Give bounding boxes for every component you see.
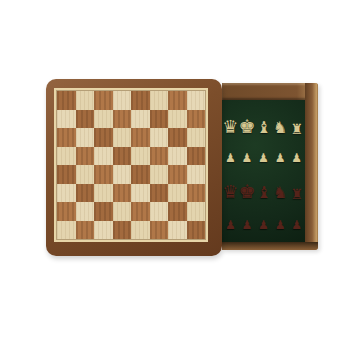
- piece-drawer[interactable]: ♛♚♝♞♜♟♟♟♟♟♛♚♝♞♜♟♟♟♟♟: [222, 83, 318, 250]
- tray-slot: ♛: [222, 110, 238, 136]
- board-square[interactable]: [76, 91, 95, 110]
- white-pawn-piece[interactable]: ♟: [242, 152, 253, 164]
- board-square[interactable]: [168, 221, 187, 240]
- board-square[interactable]: [57, 221, 76, 240]
- board-square[interactable]: [113, 221, 132, 240]
- tray-slot: ♟: [288, 213, 305, 231]
- tray-slot: ♟: [239, 146, 256, 164]
- board-square[interactable]: [94, 128, 113, 147]
- board-square[interactable]: [168, 165, 187, 184]
- drawer-bottom-edge: [222, 242, 318, 250]
- board-square[interactable]: [150, 221, 169, 240]
- white-pawn-piece[interactable]: ♟: [225, 152, 236, 164]
- board-square[interactable]: [57, 165, 76, 184]
- board-square[interactable]: [187, 202, 206, 221]
- tray-slot: ♟: [272, 213, 289, 231]
- board-square[interactable]: [76, 202, 95, 221]
- board-square[interactable]: [57, 110, 76, 129]
- white-pawn-piece[interactable]: ♟: [258, 152, 269, 164]
- board-square[interactable]: [187, 221, 206, 240]
- board-square[interactable]: [94, 91, 113, 110]
- drawer-top-edge: [222, 83, 318, 100]
- board-square[interactable]: [94, 147, 113, 166]
- board-square[interactable]: [131, 165, 150, 184]
- board-square[interactable]: [57, 184, 76, 203]
- board-square[interactable]: [76, 184, 95, 203]
- board-square[interactable]: [76, 128, 95, 147]
- board-square[interactable]: [94, 165, 113, 184]
- red-pawn-piece[interactable]: ♟: [225, 219, 236, 231]
- board-square[interactable]: [131, 147, 150, 166]
- board-square[interactable]: [131, 91, 150, 110]
- red-king-piece[interactable]: ♚: [238, 182, 255, 201]
- red-rook-piece[interactable]: ♜: [290, 187, 303, 201]
- board-square[interactable]: [131, 202, 150, 221]
- tray-slot: ♜: [289, 110, 305, 136]
- board-square[interactable]: [150, 91, 169, 110]
- board-inner-border: [54, 88, 208, 242]
- tray-slot: ♟: [288, 146, 305, 164]
- board-square[interactable]: [113, 128, 132, 147]
- board-square[interactable]: [150, 165, 169, 184]
- board-grid: [57, 91, 205, 239]
- board-square[interactable]: [76, 221, 95, 240]
- tray-slot: ♛: [222, 175, 238, 201]
- white-king-piece[interactable]: ♚: [238, 117, 255, 136]
- tray-slot: ♞: [272, 175, 288, 201]
- tray-slot: ♝: [256, 175, 272, 201]
- board-square[interactable]: [168, 91, 187, 110]
- red-pawn-piece[interactable]: ♟: [291, 219, 302, 231]
- tray-slot: ♟: [255, 213, 272, 231]
- red-queen-piece[interactable]: ♛: [222, 183, 238, 201]
- board-square[interactable]: [113, 165, 132, 184]
- red-bishop-piece[interactable]: ♝: [257, 185, 271, 201]
- tray-row-red-pawns: ♟♟♟♟♟: [222, 213, 305, 231]
- board-square[interactable]: [131, 128, 150, 147]
- board-square[interactable]: [76, 110, 95, 129]
- white-rook-piece[interactable]: ♜: [290, 122, 303, 136]
- board-square[interactable]: [150, 147, 169, 166]
- tray-slot: ♟: [255, 146, 272, 164]
- tray-slot: ♟: [272, 146, 289, 164]
- white-bishop-piece[interactable]: ♝: [257, 120, 271, 136]
- tray-slot: ♚: [238, 175, 255, 201]
- tray-slot: ♟: [222, 146, 239, 164]
- board-square[interactable]: [168, 184, 187, 203]
- drawer-right-edge: [305, 83, 318, 250]
- tray-slot: ♜: [289, 175, 305, 201]
- tray-slot: ♟: [239, 213, 256, 231]
- board-square[interactable]: [113, 184, 132, 203]
- red-knight-piece[interactable]: ♞: [273, 185, 287, 201]
- tray-slot: ♞: [272, 110, 288, 136]
- board-square[interactable]: [150, 110, 169, 129]
- board-square[interactable]: [168, 147, 187, 166]
- board-square[interactable]: [150, 184, 169, 203]
- board-square[interactable]: [168, 202, 187, 221]
- red-pawn-piece[interactable]: ♟: [275, 219, 286, 231]
- tray-row-white-pawns: ♟♟♟♟♟: [222, 146, 305, 164]
- white-queen-piece[interactable]: ♛: [222, 118, 238, 136]
- board-square[interactable]: [113, 91, 132, 110]
- tray-slot: ♚: [238, 110, 255, 136]
- board-square[interactable]: [57, 128, 76, 147]
- board-square[interactable]: [94, 110, 113, 129]
- board-square[interactable]: [187, 165, 206, 184]
- board-square[interactable]: [57, 91, 76, 110]
- board-square[interactable]: [113, 110, 132, 129]
- board-square[interactable]: [131, 221, 150, 240]
- board-square[interactable]: [131, 184, 150, 203]
- tray-slot: ♝: [256, 110, 272, 136]
- board-square[interactable]: [113, 147, 132, 166]
- chess-board: [46, 79, 222, 256]
- board-square[interactable]: [150, 202, 169, 221]
- board-square[interactable]: [187, 91, 206, 110]
- drawer-felt-tray: ♛♚♝♞♜♟♟♟♟♟♛♚♝♞♜♟♟♟♟♟: [222, 100, 305, 242]
- board-square[interactable]: [113, 202, 132, 221]
- board-square[interactable]: [94, 221, 113, 240]
- board-square[interactable]: [168, 110, 187, 129]
- red-pawn-piece[interactable]: ♟: [258, 219, 269, 231]
- white-pawn-piece[interactable]: ♟: [275, 152, 286, 164]
- white-pawn-piece[interactable]: ♟: [291, 152, 302, 164]
- board-square[interactable]: [94, 202, 113, 221]
- board-square[interactable]: [187, 147, 206, 166]
- white-knight-piece[interactable]: ♞: [273, 120, 287, 136]
- board-square[interactable]: [168, 128, 187, 147]
- tray-slot: ♟: [222, 213, 239, 231]
- red-pawn-piece[interactable]: ♟: [242, 219, 253, 231]
- board-square[interactable]: [76, 147, 95, 166]
- board-square[interactable]: [57, 147, 76, 166]
- board-square[interactable]: [131, 110, 150, 129]
- board-square[interactable]: [76, 165, 95, 184]
- board-square[interactable]: [57, 202, 76, 221]
- board-square[interactable]: [187, 110, 206, 129]
- chess-box-scene: ♛♚♝♞♜♟♟♟♟♟♛♚♝♞♜♟♟♟♟♟: [0, 0, 352, 352]
- board-square[interactable]: [187, 184, 206, 203]
- board-square[interactable]: [187, 128, 206, 147]
- tray-row-white-majors: ♛♚♝♞♜: [222, 110, 305, 136]
- board-square[interactable]: [94, 184, 113, 203]
- board-square[interactable]: [150, 128, 169, 147]
- tray-row-red-majors: ♛♚♝♞♜: [222, 175, 305, 201]
